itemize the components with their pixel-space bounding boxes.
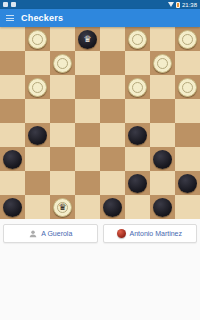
black-man[interactable] — [28, 126, 47, 145]
square-r6c2[interactable] — [50, 171, 75, 195]
square-r4c3[interactable] — [75, 123, 100, 147]
black-man[interactable] — [153, 150, 172, 169]
square-r5c1[interactable] — [25, 147, 50, 171]
white-man[interactable] — [178, 78, 197, 97]
avatar-person-icon — [28, 229, 38, 239]
square-r1c7[interactable] — [175, 51, 200, 75]
player-cards: A Guerola Antonio Martinez — [0, 224, 200, 243]
status-bar: 21:38 — [0, 0, 200, 9]
square-r3c7[interactable] — [175, 99, 200, 123]
white-man[interactable] — [153, 54, 172, 73]
square-r4c0[interactable] — [0, 123, 25, 147]
square-r5c6[interactable] — [150, 147, 175, 171]
status-time: 21:38 — [182, 2, 197, 8]
white-man[interactable] — [128, 30, 147, 49]
red-piece-icon — [117, 229, 126, 238]
square-r4c6[interactable] — [150, 123, 175, 147]
player-card-left[interactable]: A Guerola — [3, 224, 98, 243]
square-r0c4[interactable] — [100, 27, 125, 51]
square-r4c4[interactable] — [100, 123, 125, 147]
status-right-icons: 21:38 — [168, 2, 197, 8]
crown-icon: ♛ — [58, 203, 66, 212]
square-r0c7[interactable] — [175, 27, 200, 51]
square-r5c2[interactable] — [50, 147, 75, 171]
square-r3c3[interactable] — [75, 99, 100, 123]
wifi-icon — [168, 2, 174, 7]
screen: 21:38 Checkers ♛♛ A Guerola Antonio Mart… — [0, 0, 200, 320]
notification-icon — [3, 2, 8, 7]
square-r1c3[interactable] — [75, 51, 100, 75]
square-r6c7[interactable] — [175, 171, 200, 195]
black-man[interactable] — [153, 198, 172, 217]
square-r6c5[interactable] — [125, 171, 150, 195]
white-man[interactable] — [53, 54, 72, 73]
square-r5c0[interactable] — [0, 147, 25, 171]
square-r4c1[interactable] — [25, 123, 50, 147]
square-r1c5[interactable] — [125, 51, 150, 75]
square-r4c5[interactable] — [125, 123, 150, 147]
square-r0c6[interactable] — [150, 27, 175, 51]
player-card-right[interactable]: Antonio Martinez — [103, 224, 198, 243]
status-left-icons — [3, 2, 16, 7]
board: ♛♛ — [0, 27, 200, 219]
black-man[interactable] — [128, 126, 147, 145]
square-r6c1[interactable] — [25, 171, 50, 195]
square-r2c5[interactable] — [125, 75, 150, 99]
square-r0c2[interactable] — [50, 27, 75, 51]
white-king[interactable]: ♛ — [53, 198, 72, 217]
app-title: Checkers — [21, 13, 63, 23]
square-r5c3[interactable] — [75, 147, 100, 171]
square-r5c5[interactable] — [125, 147, 150, 171]
square-r7c5[interactable] — [125, 195, 150, 219]
black-man[interactable] — [3, 150, 22, 169]
square-r6c4[interactable] — [100, 171, 125, 195]
square-r3c2[interactable] — [50, 99, 75, 123]
square-r3c4[interactable] — [100, 99, 125, 123]
square-r7c4[interactable] — [100, 195, 125, 219]
square-r0c5[interactable] — [125, 27, 150, 51]
square-r2c1[interactable] — [25, 75, 50, 99]
menu-icon[interactable] — [6, 15, 14, 21]
square-r3c1[interactable] — [25, 99, 50, 123]
player-name-right: Antonio Martinez — [129, 230, 182, 237]
player-name-left: A Guerola — [41, 230, 72, 237]
square-r6c0[interactable] — [0, 171, 25, 195]
black-man[interactable] — [128, 174, 147, 193]
square-r1c2[interactable] — [50, 51, 75, 75]
square-r7c3[interactable] — [75, 195, 100, 219]
white-man[interactable] — [28, 78, 47, 97]
white-man[interactable] — [178, 30, 197, 49]
black-man[interactable] — [3, 198, 22, 217]
square-r7c2[interactable]: ♛ — [50, 195, 75, 219]
square-r2c4[interactable] — [100, 75, 125, 99]
square-r3c5[interactable] — [125, 99, 150, 123]
square-r0c0[interactable] — [0, 27, 25, 51]
square-r7c6[interactable] — [150, 195, 175, 219]
square-r3c0[interactable] — [0, 99, 25, 123]
square-r5c7[interactable] — [175, 147, 200, 171]
square-r1c0[interactable] — [0, 51, 25, 75]
battery-icon — [176, 2, 180, 8]
white-man[interactable] — [128, 78, 147, 97]
square-r6c6[interactable] — [150, 171, 175, 195]
crown-icon: ♛ — [83, 35, 91, 44]
square-r0c3[interactable]: ♛ — [75, 27, 100, 51]
square-r6c3[interactable] — [75, 171, 100, 195]
square-r1c6[interactable] — [150, 51, 175, 75]
square-r7c1[interactable] — [25, 195, 50, 219]
black-king[interactable]: ♛ — [78, 30, 97, 49]
square-r2c3[interactable] — [75, 75, 100, 99]
white-man[interactable] — [28, 30, 47, 49]
square-r3c6[interactable] — [150, 99, 175, 123]
square-r2c0[interactable] — [0, 75, 25, 99]
black-man[interactable] — [103, 198, 122, 217]
black-man[interactable] — [178, 174, 197, 193]
square-r1c4[interactable] — [100, 51, 125, 75]
app-bar: Checkers — [0, 9, 200, 27]
square-r2c7[interactable] — [175, 75, 200, 99]
footer: A Guerola Antonio Martinez — [0, 219, 200, 320]
square-r5c4[interactable] — [100, 147, 125, 171]
square-r1c1[interactable] — [25, 51, 50, 75]
notification-icon — [11, 2, 16, 7]
square-r2c6[interactable] — [150, 75, 175, 99]
square-r4c7[interactable] — [175, 123, 200, 147]
square-r4c2[interactable] — [50, 123, 75, 147]
square-r7c0[interactable] — [0, 195, 25, 219]
square-r0c1[interactable] — [25, 27, 50, 51]
square-r2c2[interactable] — [50, 75, 75, 99]
square-r7c7[interactable] — [175, 195, 200, 219]
